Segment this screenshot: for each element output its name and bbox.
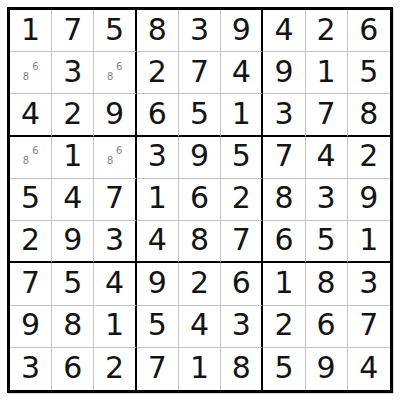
cell-r7c9[interactable]: 3 (348, 263, 390, 305)
cell-r6c3[interactable]: 3 (94, 221, 136, 263)
candidate-digit: 8 (106, 72, 115, 82)
cell-r8c5[interactable]: 4 (179, 306, 221, 348)
cell-r3c2[interactable]: 2 (52, 94, 94, 136)
given-digit: 4 (232, 57, 251, 89)
cell-r2c5[interactable]: 7 (179, 52, 221, 94)
given-digit: 1 (274, 268, 293, 300)
cell-r4c7[interactable]: 7 (263, 137, 305, 179)
cell-r1c9[interactable]: 6 (348, 10, 390, 52)
cell-r5c6[interactable]: 2 (221, 179, 263, 221)
given-digit: 2 (148, 57, 167, 89)
cell-r5c1[interactable]: 5 (10, 179, 52, 221)
given-digit: 1 (148, 183, 167, 215)
cell-r5c3[interactable]: 7 (94, 179, 136, 221)
cell-r9c7[interactable]: 5 (263, 348, 305, 390)
cell-r9c1[interactable]: 3 (10, 348, 52, 390)
given-digit: 9 (317, 353, 336, 385)
given-digit: 6 (63, 353, 82, 385)
given-digit: 4 (317, 141, 336, 173)
given-digit: 2 (105, 353, 124, 385)
given-digit: 6 (148, 99, 167, 131)
candidate-grid: 68 (96, 138, 123, 166)
cell-r2c2[interactable]: 3 (52, 52, 94, 94)
cell-r4c5[interactable]: 9 (179, 137, 221, 179)
given-digit: 7 (190, 57, 209, 89)
cell-r1c8[interactable]: 2 (306, 10, 348, 52)
given-digit: 4 (63, 183, 82, 215)
cell-r7c2[interactable]: 5 (52, 263, 94, 305)
given-digit: 9 (190, 141, 209, 173)
cell-r1c3[interactable]: 5 (94, 10, 136, 52)
cell-r4c9[interactable]: 2 (348, 137, 390, 179)
cell-r7c6[interactable]: 6 (221, 263, 263, 305)
given-digit: 2 (274, 310, 293, 342)
cell-r8c2[interactable]: 8 (52, 306, 94, 348)
given-digit: 1 (359, 225, 378, 257)
given-digit: 1 (232, 99, 251, 131)
given-digit: 9 (21, 310, 40, 342)
cell-r7c4[interactable]: 9 (137, 263, 179, 305)
cell-r3c5[interactable]: 5 (179, 94, 221, 136)
given-digit: 1 (21, 15, 40, 47)
given-digit: 6 (232, 268, 251, 300)
cell-r3c3[interactable]: 9 (94, 94, 136, 136)
candidate-digit: 8 (21, 156, 30, 166)
given-digit: 9 (232, 15, 251, 47)
cell-r7c3[interactable]: 4 (94, 263, 136, 305)
cell-r3c7[interactable]: 3 (263, 94, 305, 136)
cell-r8c4[interactable]: 5 (137, 306, 179, 348)
given-digit: 1 (190, 353, 209, 385)
given-digit: 2 (359, 141, 378, 173)
cell-r6c1[interactable]: 2 (10, 221, 52, 263)
cell-r2c9[interactable]: 5 (348, 52, 390, 94)
cell-r6c2[interactable]: 9 (52, 221, 94, 263)
given-digit: 3 (21, 353, 40, 385)
given-digit: 6 (359, 15, 378, 47)
cell-r2c3[interactable]: 68 (94, 52, 136, 94)
given-digit: 3 (148, 141, 167, 173)
given-digit: 5 (105, 15, 124, 47)
candidate-digit: 6 (115, 146, 124, 156)
given-digit: 5 (63, 268, 82, 300)
given-digit: 9 (63, 225, 82, 257)
cell-r6c6[interactable]: 7 (221, 221, 263, 263)
given-digit: 7 (359, 310, 378, 342)
cell-r5c8[interactable]: 3 (306, 179, 348, 221)
given-digit: 3 (232, 310, 251, 342)
given-digit: 7 (274, 141, 293, 173)
given-digit: 9 (274, 57, 293, 89)
candidate-grid: 68 (12, 138, 40, 166)
given-digit: 2 (21, 225, 40, 257)
given-digit: 5 (359, 57, 378, 89)
cell-r6c5[interactable]: 8 (179, 221, 221, 263)
cell-r1c4[interactable]: 8 (137, 10, 179, 52)
cell-r4c4[interactable]: 3 (137, 137, 179, 179)
cell-r8c6[interactable]: 3 (221, 306, 263, 348)
cell-r9c4[interactable]: 7 (137, 348, 179, 390)
cell-r2c8[interactable]: 1 (306, 52, 348, 94)
cell-r6c8[interactable]: 5 (306, 221, 348, 263)
given-digit: 7 (232, 225, 251, 257)
given-digit: 6 (274, 225, 293, 257)
cell-r4c3[interactable]: 68 (94, 137, 136, 179)
cell-r4c6[interactable]: 5 (221, 137, 263, 179)
cell-r8c7[interactable]: 2 (263, 306, 305, 348)
cell-r3c8[interactable]: 7 (306, 94, 348, 136)
given-digit: 7 (63, 15, 82, 47)
given-digit: 5 (21, 183, 40, 215)
cell-r2c4[interactable]: 2 (137, 52, 179, 94)
candidate-digit: 6 (31, 146, 40, 156)
cell-r1c1[interactable]: 1 (10, 10, 52, 52)
candidate-grid: 68 (12, 54, 40, 82)
cell-r3c9[interactable]: 8 (348, 94, 390, 136)
sudoku-board: 1758394266836827491542965137868168395742… (7, 7, 393, 393)
cell-r6c4[interactable]: 4 (137, 221, 179, 263)
cell-r3c4[interactable]: 6 (137, 94, 179, 136)
given-digit: 7 (317, 99, 336, 131)
given-digit: 2 (63, 99, 82, 131)
cell-r9c5[interactable]: 1 (179, 348, 221, 390)
cell-r9c6[interactable]: 8 (221, 348, 263, 390)
cell-r5c2[interactable]: 4 (52, 179, 94, 221)
given-digit: 8 (274, 183, 293, 215)
cell-r7c1[interactable]: 7 (10, 263, 52, 305)
given-digit: 8 (359, 99, 378, 131)
candidate-digit: 6 (115, 62, 124, 72)
given-digit: 7 (148, 353, 167, 385)
cell-r8c3[interactable]: 1 (94, 306, 136, 348)
given-digit: 3 (274, 99, 293, 131)
given-digit: 6 (317, 310, 336, 342)
cell-r3c6[interactable]: 1 (221, 94, 263, 136)
cell-r8c1[interactable]: 9 (10, 306, 52, 348)
cell-r7c7[interactable]: 1 (263, 263, 305, 305)
cell-r9c2[interactable]: 6 (52, 348, 94, 390)
cell-r9c8[interactable]: 9 (306, 348, 348, 390)
cell-r5c7[interactable]: 8 (263, 179, 305, 221)
sudoku-page: 1758394266836827491542965137868168395742… (0, 0, 400, 400)
given-digit: 8 (63, 310, 82, 342)
given-digit: 4 (190, 310, 209, 342)
candidate-grid: 68 (96, 54, 123, 82)
given-digit: 5 (274, 353, 293, 385)
given-digit: 8 (232, 353, 251, 385)
given-digit: 8 (317, 268, 336, 300)
cell-r6c7[interactable]: 6 (263, 221, 305, 263)
given-digit: 9 (105, 99, 124, 131)
cell-r1c2[interactable]: 7 (52, 10, 94, 52)
given-digit: 5 (317, 225, 336, 257)
given-digit: 3 (105, 225, 124, 257)
given-digit: 5 (190, 99, 209, 131)
given-digit: 5 (148, 310, 167, 342)
given-digit: 4 (21, 99, 40, 131)
cell-r6c9[interactable]: 1 (348, 221, 390, 263)
candidate-digit: 8 (106, 156, 115, 166)
given-digit: 3 (317, 183, 336, 215)
given-digit: 5 (232, 141, 251, 173)
given-digit: 3 (63, 57, 82, 89)
cell-r5c5[interactable]: 6 (179, 179, 221, 221)
cell-r1c6[interactable]: 9 (221, 10, 263, 52)
given-digit: 7 (21, 268, 40, 300)
cell-r7c8[interactable]: 8 (306, 263, 348, 305)
candidate-digit: 8 (21, 72, 30, 82)
cell-r2c6[interactable]: 4 (221, 52, 263, 94)
cell-r2c7[interactable]: 9 (263, 52, 305, 94)
cell-r4c2[interactable]: 1 (52, 137, 94, 179)
cell-r8c8[interactable]: 6 (306, 306, 348, 348)
given-digit: 7 (105, 183, 124, 215)
cell-r8c9[interactable]: 7 (348, 306, 390, 348)
given-digit: 8 (148, 15, 167, 47)
given-digit: 4 (359, 353, 378, 385)
cell-r9c3[interactable]: 2 (94, 348, 136, 390)
given-digit: 4 (274, 15, 293, 47)
cell-r3c1[interactable]: 4 (10, 94, 52, 136)
given-digit: 3 (359, 268, 378, 300)
cell-r2c1[interactable]: 68 (10, 52, 52, 94)
cell-r1c5[interactable]: 3 (179, 10, 221, 52)
given-digit: 1 (317, 57, 336, 89)
candidate-digit: 6 (31, 62, 40, 72)
cell-r7c5[interactable]: 2 (179, 263, 221, 305)
cell-r5c4[interactable]: 1 (137, 179, 179, 221)
given-digit: 3 (190, 15, 209, 47)
given-digit: 2 (190, 268, 209, 300)
cell-r4c8[interactable]: 4 (306, 137, 348, 179)
given-digit: 2 (317, 15, 336, 47)
given-digit: 6 (190, 183, 209, 215)
cell-r9c9[interactable]: 4 (348, 348, 390, 390)
given-digit: 9 (148, 268, 167, 300)
cell-r4c1[interactable]: 68 (10, 137, 52, 179)
given-digit: 1 (63, 141, 82, 173)
given-digit: 8 (190, 225, 209, 257)
given-digit: 1 (105, 310, 124, 342)
given-digit: 9 (359, 183, 378, 215)
given-digit: 4 (105, 268, 124, 300)
cell-r5c9[interactable]: 9 (348, 179, 390, 221)
given-digit: 4 (148, 225, 167, 257)
cell-r1c7[interactable]: 4 (263, 10, 305, 52)
given-digit: 2 (232, 183, 251, 215)
